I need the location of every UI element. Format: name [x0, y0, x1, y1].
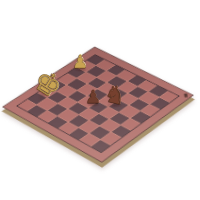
chess-board-squares — [16, 54, 180, 153]
board-border — [2, 47, 194, 163]
maker-mark — [184, 94, 188, 98]
chess-photo-scene: ♚♟♟♞ — [0, 0, 200, 200]
